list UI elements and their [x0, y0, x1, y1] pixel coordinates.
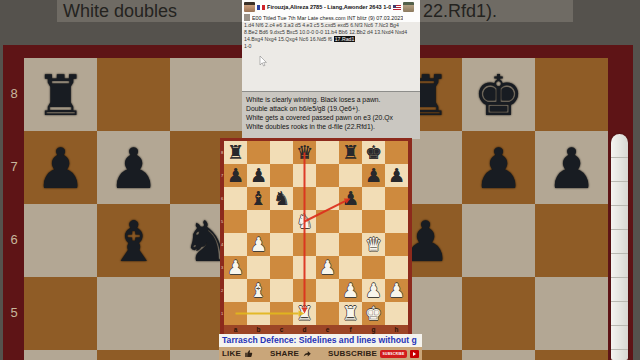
white-piece: ♛	[462, 350, 535, 360]
board-square	[270, 279, 293, 302]
board-square: ♟	[385, 279, 408, 302]
board-square	[270, 164, 293, 187]
black-piece: ♟	[224, 164, 247, 187]
white-piece: ♟	[385, 279, 408, 302]
board-square	[270, 233, 293, 256]
black-piece: ♜	[339, 141, 362, 164]
like-button[interactable]: LIKE	[222, 349, 241, 358]
caption-right-text: 22.Rfd1).	[423, 0, 497, 22]
white-piece: ♚	[362, 302, 385, 325]
share-button[interactable]: SHARE	[270, 349, 299, 358]
white-player-photo	[244, 2, 255, 12]
white-piece: ♞	[293, 210, 316, 233]
board-square: ♜	[224, 141, 247, 164]
move-line-3[interactable]: 14.Bxg4 Nxg4 15.Qxg4 Nc6 16.Nd5 f6 17.Ra…	[242, 36, 420, 43]
board-square	[293, 187, 316, 210]
white-piece: ♟	[224, 256, 247, 279]
share-arrow-icon[interactable]	[302, 349, 312, 358]
board-square: ♛	[293, 141, 316, 164]
board-square	[385, 256, 408, 279]
board-square	[535, 350, 608, 360]
board-square	[316, 302, 339, 325]
board-square: ♟	[362, 279, 385, 302]
black-piece: ♟	[24, 131, 97, 204]
board-square: ♟	[24, 131, 97, 204]
board-square	[316, 141, 339, 164]
board-square	[24, 277, 97, 350]
black-piece: ♜	[24, 58, 97, 131]
black-piece: ♝	[247, 187, 270, 210]
board-square	[385, 302, 408, 325]
board-square: ♟	[362, 164, 385, 187]
board-square	[170, 58, 243, 131]
caption-left-text: White doubles	[63, 0, 177, 22]
annotation-panel: White is clearly winning. Black loses a …	[242, 92, 420, 139]
players-row: Firouzja,Alireza 2785 - Liang,Awonder 26…	[242, 0, 420, 13]
black-piece: ♟	[247, 164, 270, 187]
board-square	[97, 58, 170, 131]
board-square	[316, 164, 339, 187]
board-square: ♚	[362, 141, 385, 164]
board-file-labels: abcdefgh	[224, 325, 408, 334]
board-square	[293, 256, 316, 279]
board-square: ♜	[339, 141, 362, 164]
subscribe-button[interactable]: SUBSCRIBE	[328, 349, 377, 358]
players-line: Firouzja,Alireza 2785 - Liang,Awonder 26…	[267, 4, 391, 10]
board-square	[316, 187, 339, 210]
board-square: ♛	[362, 233, 385, 256]
board-square: ♟	[339, 187, 362, 210]
white-piece: ♝	[247, 279, 270, 302]
board-square: ♟	[97, 131, 170, 204]
opening-title: Tarrasch Defence: Sidelines and lines wi…	[219, 334, 422, 347]
board-square	[270, 210, 293, 233]
board-square	[247, 256, 270, 279]
board-square	[293, 279, 316, 302]
board-square	[224, 302, 247, 325]
board-square: ♟	[247, 164, 270, 187]
board-square: ♟	[316, 256, 339, 279]
video-frame: White doubles 22.Rfd1). ♜♛♜♚♟♟♟♟♝♞♟♞♟♛♟♟…	[0, 0, 640, 360]
black-piece: ♟	[362, 164, 385, 187]
event-line: E00 Titled Tue 7th Mar Late chess.com IN…	[252, 15, 403, 21]
board-square	[362, 210, 385, 233]
annotation-line-2: Double attack on b6/e5/g8 (19.Qe6+).	[242, 104, 420, 113]
move-line-2[interactable]: 8.Be2 Bd6 9.dxc5 Bxc5 10.0-0 0-0 11.b4 B…	[242, 29, 420, 36]
usa-flag-icon	[393, 5, 401, 10]
board-square	[224, 210, 247, 233]
board-square	[316, 210, 339, 233]
board-square	[316, 279, 339, 302]
engagement-bar: LIKE SHARE SUBSCRIBE SUBSCRIBE	[219, 347, 422, 360]
subscribe-pill-label: SUBSCRIBE	[383, 352, 405, 356]
board-square: ♝	[247, 279, 270, 302]
white-piece: ♟	[339, 279, 362, 302]
board-square	[24, 204, 97, 277]
board-square	[97, 277, 170, 350]
board-square	[316, 233, 339, 256]
board-square: ♚	[362, 302, 385, 325]
board-square: ♛	[462, 350, 535, 360]
board-square	[339, 233, 362, 256]
board-square: ♜	[293, 302, 316, 325]
analysis-board-grid[interactable]: ♜♛♜♚♟♟♟♟♝♞♟♞♟♛♟♟♝♟♟♟♜♜♚	[224, 141, 408, 325]
move-line-3-prefix[interactable]: 14.Bxg4 Nxg4 15.Qxg4 Nc6 16.Nd5 f6	[244, 36, 334, 42]
black-piece: ♟	[97, 131, 170, 204]
black-piece: ♚	[462, 58, 535, 131]
board-square: ♟	[385, 164, 408, 187]
board-square	[339, 164, 362, 187]
board-square	[462, 277, 535, 350]
board-square	[535, 58, 608, 131]
board-square: ♟	[339, 279, 362, 302]
board-square	[247, 210, 270, 233]
board-square	[339, 210, 362, 233]
black-player-photo	[403, 2, 414, 12]
analysis-board[interactable]: ♜♛♜♚♟♟♟♟♝♞♟♞♟♛♟♟♝♟♟♟♜♜♚ 87654321 abcdefg…	[220, 138, 412, 334]
cursor-icon	[259, 56, 267, 67]
event-row: E00 Titled Tue 7th Mar Late chess.com IN…	[242, 13, 420, 22]
board-square	[339, 256, 362, 279]
white-piece: ♜	[293, 302, 316, 325]
board-square	[293, 164, 316, 187]
white-piece: ♟	[97, 350, 170, 360]
move-line-1[interactable]: 1.d4 Nf6 2.c4 e6 3.a3 d5 4.e3 c5 5.cxd5 …	[242, 22, 420, 29]
opening-title-bar: Tarrasch Defence: Sidelines and lines wi…	[219, 334, 422, 347]
black-piece: ♟	[462, 131, 535, 204]
board-square	[385, 233, 408, 256]
board-square	[224, 279, 247, 302]
black-piece: ♚	[362, 141, 385, 164]
annotation-line-4: White doubles rooks in the d-file (22.Rf…	[242, 122, 420, 131]
board-square	[24, 350, 97, 360]
board-square: ♟	[97, 350, 170, 360]
board-square: ♟	[224, 256, 247, 279]
board-square: ♜	[339, 302, 362, 325]
board-square	[224, 233, 247, 256]
white-piece: ♛	[362, 233, 385, 256]
board-square	[270, 141, 293, 164]
board-square: ♞	[270, 187, 293, 210]
board-square: ♝	[247, 187, 270, 210]
current-move-highlight[interactable]: 17.Rad1	[334, 36, 356, 42]
notation-panel[interactable]: 1.d4 Nf6 2.c4 e6 3.a3 d5 4.e3 c5 5.cxd5 …	[242, 22, 420, 92]
youtube-icon[interactable]	[410, 350, 419, 358]
board-square	[385, 210, 408, 233]
pen-cursor	[611, 134, 628, 360]
thumbs-up-icon[interactable]	[244, 349, 254, 358]
board-square: ♟	[224, 164, 247, 187]
board-square	[293, 233, 316, 256]
board-square	[385, 187, 408, 210]
board-square: ♜	[24, 58, 97, 131]
board-square	[247, 302, 270, 325]
black-piece: ♟	[385, 164, 408, 187]
board-square	[362, 187, 385, 210]
board-square: ♟	[247, 233, 270, 256]
board-square	[270, 256, 293, 279]
board-square: ♚	[462, 58, 535, 131]
france-flag-icon	[257, 5, 265, 10]
white-piece: ♟	[316, 256, 339, 279]
board-square	[535, 277, 608, 350]
black-piece: ♟	[535, 131, 608, 204]
board-square	[247, 141, 270, 164]
black-piece: ♟	[339, 187, 362, 210]
board-square	[535, 204, 608, 277]
subscribe-pill-button[interactable]: SUBSCRIBE	[380, 350, 407, 358]
board-square: ♝	[97, 204, 170, 277]
board-square	[462, 204, 535, 277]
black-piece: ♜	[224, 141, 247, 164]
black-piece: ♛	[293, 141, 316, 164]
annotation-line-1: White is clearly winning. Black loses a …	[242, 95, 420, 104]
board-square	[224, 187, 247, 210]
game-header: Firouzja,Alireza 2785 - Liang,Awonder 26…	[242, 0, 420, 22]
board-square: ♞	[293, 210, 316, 233]
board-square	[362, 256, 385, 279]
black-piece: ♝	[97, 204, 170, 277]
annotation-line-3: White gets a covered passed pawn on e3 (…	[242, 113, 420, 122]
board-square: ♟	[535, 131, 608, 204]
board-square: ♟	[462, 131, 535, 204]
board-square	[385, 141, 408, 164]
event-photo-icon	[244, 14, 250, 21]
board-square	[270, 302, 293, 325]
white-piece: ♜	[339, 302, 362, 325]
black-piece: ♞	[270, 187, 293, 210]
white-piece: ♟	[362, 279, 385, 302]
white-piece: ♟	[247, 233, 270, 256]
result-text: 1-0	[242, 43, 420, 50]
